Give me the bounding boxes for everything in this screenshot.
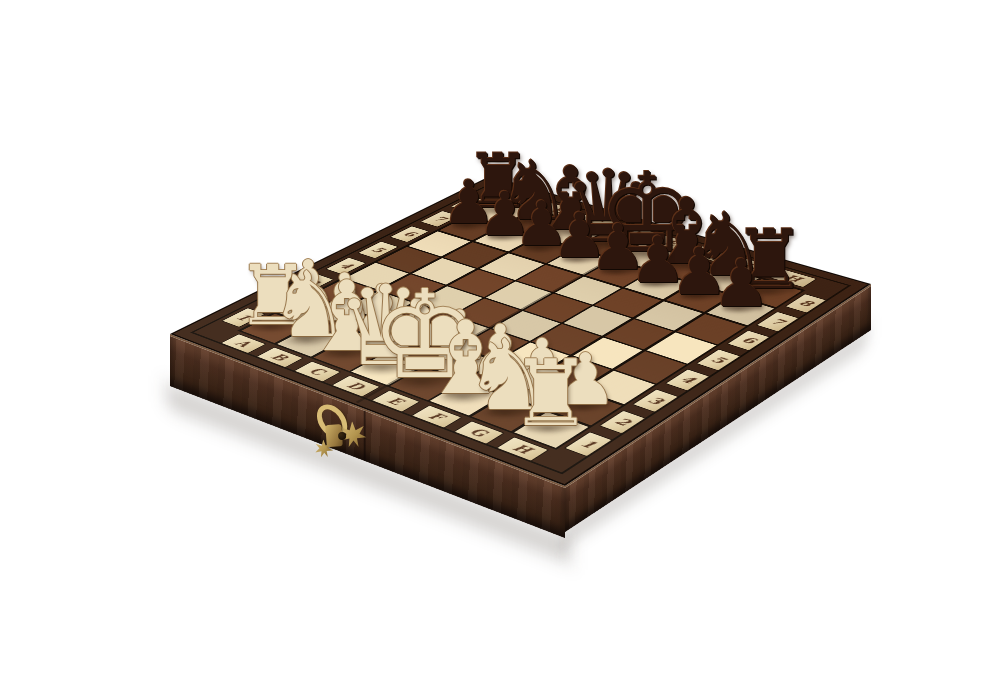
chess-set-photo: AA88BB77CC66DD55EE44FF33GG22HH11 ♜♞♝♛♚♝♞… bbox=[0, 0, 1000, 700]
brass-clasp bbox=[314, 402, 372, 466]
